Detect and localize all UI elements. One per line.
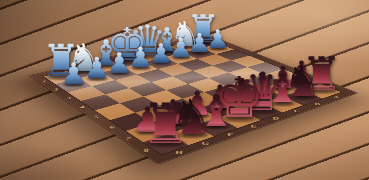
piece-white-pawn-f2[interactable]: ♟ bbox=[106, 49, 132, 77]
piece-white-pawn-g2[interactable]: ♟ bbox=[84, 54, 110, 83]
pieces-layer: ♜♞♟♝♟♛♟♚♟♝♟♞♟♜♟♟♟♟♜♟♞♟♝♟♛♟♚♟♝♟♞♜ bbox=[0, 0, 369, 180]
chess-scene: 12345678ABCDEFGH ♜♞♟♝♟♛♟♚♟♝♟♞♟♜♟♟♟♟♜♟♞♟♝… bbox=[0, 0, 369, 180]
piece-black-rook-h8[interactable]: ♜ bbox=[141, 96, 191, 152]
piece-white-pawn-h2[interactable]: ♟ bbox=[60, 59, 87, 89]
